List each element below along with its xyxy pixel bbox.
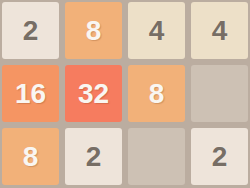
tile-2: 2 <box>2 2 59 59</box>
tile-16: 16 <box>2 65 59 122</box>
empty-cell <box>128 128 185 185</box>
empty-cell <box>191 65 248 122</box>
tile-8: 8 <box>128 65 185 122</box>
tile-4: 4 <box>191 2 248 59</box>
tile-2: 2 <box>65 128 122 185</box>
game-board-2048[interactable]: 284416328822 <box>0 0 250 188</box>
tile-2: 2 <box>191 128 248 185</box>
tile-32: 32 <box>65 65 122 122</box>
tile-8: 8 <box>2 128 59 185</box>
tile-8: 8 <box>65 2 122 59</box>
tile-4: 4 <box>128 2 185 59</box>
